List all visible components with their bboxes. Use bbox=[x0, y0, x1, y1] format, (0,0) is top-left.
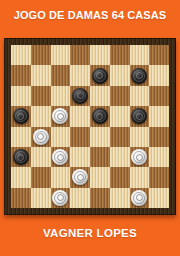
square-e2[interactable] bbox=[90, 167, 110, 187]
page: JOGO DE DAMAS 64 CASAS VAGNER LOPES bbox=[0, 0, 180, 256]
square-h3[interactable] bbox=[149, 147, 169, 167]
square-d4[interactable] bbox=[70, 127, 90, 147]
square-b1[interactable] bbox=[31, 188, 51, 208]
square-f2[interactable] bbox=[110, 167, 130, 187]
piece-ring bbox=[57, 154, 64, 161]
square-d6[interactable] bbox=[70, 86, 90, 106]
black-man-piece[interactable] bbox=[92, 68, 108, 84]
square-b5[interactable] bbox=[31, 106, 51, 126]
square-g2[interactable] bbox=[130, 167, 150, 187]
white-man-piece[interactable] bbox=[131, 190, 147, 206]
square-b6[interactable] bbox=[31, 86, 51, 106]
white-man-piece[interactable] bbox=[131, 149, 147, 165]
square-a4[interactable] bbox=[11, 127, 31, 147]
white-man-piece[interactable] bbox=[52, 108, 68, 124]
square-c4[interactable] bbox=[51, 127, 71, 147]
square-h2[interactable] bbox=[149, 167, 169, 187]
square-e8[interactable] bbox=[90, 45, 110, 65]
square-g5[interactable] bbox=[130, 106, 150, 126]
square-b8[interactable] bbox=[31, 45, 51, 65]
square-d7[interactable] bbox=[70, 65, 90, 85]
white-man-piece[interactable] bbox=[52, 149, 68, 165]
square-f6[interactable] bbox=[110, 86, 130, 106]
square-d8[interactable] bbox=[70, 45, 90, 65]
square-e4[interactable] bbox=[90, 127, 110, 147]
square-c3[interactable] bbox=[51, 147, 71, 167]
piece-ring bbox=[136, 113, 143, 120]
square-c8[interactable] bbox=[51, 45, 71, 65]
checkers-board-frame bbox=[4, 38, 176, 215]
black-man-piece[interactable] bbox=[92, 108, 108, 124]
board-grid bbox=[11, 45, 169, 208]
black-man-piece[interactable] bbox=[13, 108, 29, 124]
square-b3[interactable] bbox=[31, 147, 51, 167]
square-g8[interactable] bbox=[130, 45, 150, 65]
square-g3[interactable] bbox=[130, 147, 150, 167]
square-e1[interactable] bbox=[90, 188, 110, 208]
square-d5[interactable] bbox=[70, 106, 90, 126]
piece-ring bbox=[136, 154, 143, 161]
square-d3[interactable] bbox=[70, 147, 90, 167]
square-b4[interactable] bbox=[31, 127, 51, 147]
square-h1[interactable] bbox=[149, 188, 169, 208]
square-g7[interactable] bbox=[130, 65, 150, 85]
black-man-piece[interactable] bbox=[72, 88, 88, 104]
piece-ring bbox=[57, 113, 64, 120]
square-a7[interactable] bbox=[11, 65, 31, 85]
square-e3[interactable] bbox=[90, 147, 110, 167]
square-a8[interactable] bbox=[11, 45, 31, 65]
white-man-piece[interactable] bbox=[72, 169, 88, 185]
square-c1[interactable] bbox=[51, 188, 71, 208]
square-d2[interactable] bbox=[70, 167, 90, 187]
square-g1[interactable] bbox=[130, 188, 150, 208]
square-h7[interactable] bbox=[149, 65, 169, 85]
white-man-piece[interactable] bbox=[33, 129, 49, 145]
black-man-piece[interactable] bbox=[131, 108, 147, 124]
white-man-piece[interactable] bbox=[52, 190, 68, 206]
square-g4[interactable] bbox=[130, 127, 150, 147]
square-h6[interactable] bbox=[149, 86, 169, 106]
square-a2[interactable] bbox=[11, 167, 31, 187]
square-f3[interactable] bbox=[110, 147, 130, 167]
black-man-piece[interactable] bbox=[131, 68, 147, 84]
square-a1[interactable] bbox=[11, 188, 31, 208]
square-c2[interactable] bbox=[51, 167, 71, 187]
square-c7[interactable] bbox=[51, 65, 71, 85]
page-title: JOGO DE DAMAS 64 CASAS bbox=[0, 7, 180, 23]
square-h5[interactable] bbox=[149, 106, 169, 126]
square-f8[interactable] bbox=[110, 45, 130, 65]
square-c5[interactable] bbox=[51, 106, 71, 126]
square-b7[interactable] bbox=[31, 65, 51, 85]
square-e5[interactable] bbox=[90, 106, 110, 126]
square-a5[interactable] bbox=[11, 106, 31, 126]
square-g6[interactable] bbox=[130, 86, 150, 106]
square-b2[interactable] bbox=[31, 167, 51, 187]
square-e6[interactable] bbox=[90, 86, 110, 106]
square-a3[interactable] bbox=[11, 147, 31, 167]
square-f1[interactable] bbox=[110, 188, 130, 208]
square-a6[interactable] bbox=[11, 86, 31, 106]
piece-ring bbox=[77, 174, 84, 181]
square-c6[interactable] bbox=[51, 86, 71, 106]
author-name: VAGNER LOPES bbox=[0, 224, 180, 242]
square-h4[interactable] bbox=[149, 127, 169, 147]
square-d1[interactable] bbox=[70, 188, 90, 208]
square-f5[interactable] bbox=[110, 106, 130, 126]
black-man-piece[interactable] bbox=[13, 149, 29, 165]
square-f7[interactable] bbox=[110, 65, 130, 85]
square-h8[interactable] bbox=[149, 45, 169, 65]
square-e7[interactable] bbox=[90, 65, 110, 85]
square-f4[interactable] bbox=[110, 127, 130, 147]
piece-ring bbox=[136, 72, 143, 79]
piece-ring bbox=[17, 154, 24, 161]
